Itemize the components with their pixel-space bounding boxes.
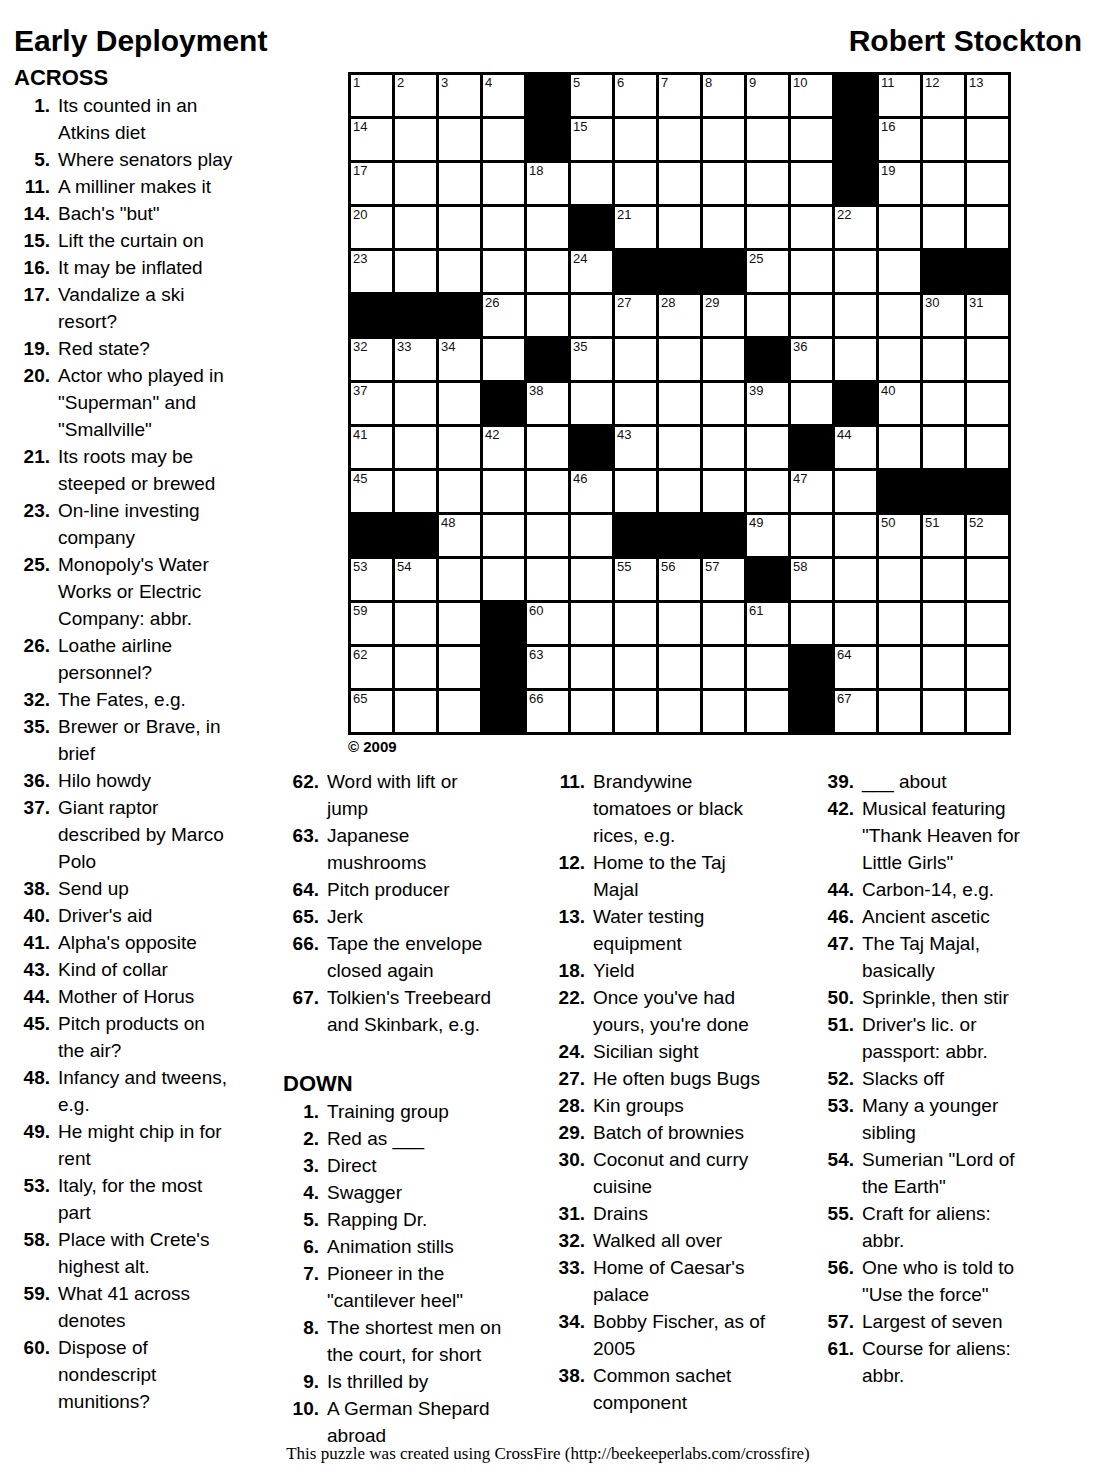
grid-cell[interactable] — [791, 515, 832, 556]
grid-cell[interactable] — [395, 603, 436, 644]
grid-cell[interactable]: 56 — [659, 559, 700, 600]
grid-cell[interactable]: 51 — [923, 515, 964, 556]
grid-cell[interactable] — [395, 647, 436, 688]
grid-cell[interactable]: 50 — [879, 515, 920, 556]
clue-text: Sprinkle, then stir — [862, 984, 1009, 1011]
cell-number: 30 — [925, 295, 939, 310]
grid-cell-black — [835, 383, 876, 424]
grid-cell[interactable] — [659, 119, 700, 160]
clue-down-10: 10.A German Shepard abroad — [283, 1395, 541, 1449]
clue-number: 35. — [14, 713, 50, 740]
grid-cell[interactable] — [703, 383, 744, 424]
clue-text: Tape the envelope closed again — [327, 930, 482, 984]
clue-down-30: 30.Coconut and curry cuisine — [549, 1146, 811, 1200]
grid-cell[interactable]: 24 — [571, 251, 612, 292]
grid-cell[interactable] — [395, 119, 436, 160]
grid-cell[interactable] — [791, 251, 832, 292]
grid-cell[interactable] — [923, 603, 964, 644]
grid-cell[interactable] — [879, 251, 920, 292]
clue-across-66: 66.Tape the envelope closed again — [283, 930, 541, 984]
clue-down-31: 31.Drains — [549, 1200, 811, 1227]
grid-cell[interactable] — [527, 251, 568, 292]
grid-cell[interactable]: 21 — [615, 207, 656, 248]
clue-across-15: 15.Lift the curtain on — [14, 227, 282, 254]
footer-credit: This puzzle was created using CrossFire … — [0, 1444, 1096, 1464]
clue-text: The shortest men on the court, for short — [327, 1314, 501, 1368]
grid-cell[interactable] — [703, 691, 744, 732]
grid-cell[interactable] — [659, 471, 700, 512]
clue-number: 29. — [549, 1119, 585, 1146]
cell-number: 59 — [353, 603, 367, 618]
grid-cell[interactable] — [439, 691, 480, 732]
clue-number: 54. — [818, 1146, 854, 1173]
grid-cell[interactable] — [571, 603, 612, 644]
grid-cell[interactable]: 6 — [615, 75, 656, 116]
grid-cell[interactable] — [439, 207, 480, 248]
grid-cell[interactable] — [923, 647, 964, 688]
grid-cell[interactable] — [835, 471, 876, 512]
grid-cell[interactable]: 1 — [351, 75, 392, 116]
clue-text: Italy, for the most part — [58, 1172, 202, 1226]
clue-across-58: 58.Place with Crete's highest alt. — [14, 1226, 282, 1280]
grid-cell[interactable] — [615, 339, 656, 380]
grid-cell[interactable] — [439, 427, 480, 468]
grid-cell[interactable] — [703, 427, 744, 468]
grid-cell[interactable] — [791, 603, 832, 644]
grid-cell[interactable]: 65 — [351, 691, 392, 732]
grid-cell[interactable] — [615, 691, 656, 732]
clue-text: It may be inflated — [58, 254, 203, 281]
clue-text: Largest of seven — [862, 1308, 1002, 1335]
grid-cell[interactable]: 67 — [835, 691, 876, 732]
grid-cell[interactable]: 55 — [615, 559, 656, 600]
clue-down-22: 22.Once you've had yours, you're done — [549, 984, 811, 1038]
grid-cell[interactable] — [967, 647, 1008, 688]
clue-down-61: 61.Course for aliens: abbr. — [818, 1335, 1090, 1389]
grid-cell[interactable] — [747, 163, 788, 204]
grid-cell[interactable] — [703, 471, 744, 512]
clue-number: 39. — [818, 768, 854, 795]
grid-cell[interactable]: 30 — [923, 295, 964, 336]
cell-number: 26 — [485, 295, 499, 310]
clue-number: 18. — [549, 957, 585, 984]
grid-cell[interactable] — [571, 515, 612, 556]
grid-cell[interactable] — [571, 383, 612, 424]
clue-number: 13. — [549, 903, 585, 930]
clue-text: Coconut and curry cuisine — [593, 1146, 748, 1200]
clue-number: 14. — [14, 200, 50, 227]
clue-number: 60. — [14, 1334, 50, 1361]
grid-cell[interactable]: 22 — [835, 207, 876, 248]
grid-cell[interactable]: 18 — [527, 163, 568, 204]
grid-cell[interactable] — [483, 339, 524, 380]
clue-number: 59. — [14, 1280, 50, 1307]
clue-across-1: 1.Its counted in an Atkins diet — [14, 92, 282, 146]
grid-cell-black — [879, 471, 920, 512]
grid-cell[interactable]: 27 — [615, 295, 656, 336]
grid-cell[interactable]: 3 — [439, 75, 480, 116]
grid-cell[interactable]: 15 — [571, 119, 612, 160]
clue-down-28: 28.Kin groups — [549, 1092, 811, 1119]
clue-down-44: 44.Carbon-14, e.g. — [818, 876, 1090, 903]
grid-cell-black — [791, 427, 832, 468]
grid-cell-black — [527, 339, 568, 380]
clue-column-2: 62.Word with lift or jump63.Japanese mus… — [283, 768, 541, 1449]
clue-text: What 41 across denotes — [58, 1280, 190, 1334]
grid-cell[interactable] — [659, 339, 700, 380]
clue-down-27: 27.He often bugs Bugs — [549, 1065, 811, 1092]
grid-cell[interactable] — [835, 515, 876, 556]
grid-cell-black — [351, 295, 392, 336]
grid-cell[interactable] — [967, 339, 1008, 380]
grid-cell[interactable] — [879, 339, 920, 380]
grid-cell[interactable]: 47 — [791, 471, 832, 512]
grid-cell[interactable]: 9 — [747, 75, 788, 116]
clue-text: Training group — [327, 1098, 449, 1125]
grid-cell[interactable] — [747, 295, 788, 336]
grid-cell[interactable] — [439, 647, 480, 688]
clue-down-1: 1.Training group — [283, 1098, 541, 1125]
grid-cell[interactable] — [923, 383, 964, 424]
grid-cell[interactable] — [791, 207, 832, 248]
grid-cell[interactable] — [835, 339, 876, 380]
grid-cell[interactable] — [571, 647, 612, 688]
clue-text: Common sachet component — [593, 1362, 731, 1416]
grid-cell[interactable]: 42 — [483, 427, 524, 468]
grid-cell[interactable]: 39 — [747, 383, 788, 424]
grid-cell[interactable] — [967, 603, 1008, 644]
grid-cell[interactable]: 17 — [351, 163, 392, 204]
grid-cell[interactable]: 54 — [395, 559, 436, 600]
grid-cell[interactable] — [747, 427, 788, 468]
clue-text: Japanese mushrooms — [327, 822, 426, 876]
clue-number: 66. — [283, 930, 319, 957]
grid-cell[interactable]: 48 — [439, 515, 480, 556]
clue-number: 53. — [14, 1172, 50, 1199]
grid-cell[interactable] — [879, 559, 920, 600]
cell-number: 19 — [881, 163, 895, 178]
clue-number: 55. — [818, 1200, 854, 1227]
grid-cell[interactable] — [703, 647, 744, 688]
grid-cell[interactable]: 19 — [879, 163, 920, 204]
clue-text: Direct — [327, 1152, 377, 1179]
grid-cell[interactable]: 20 — [351, 207, 392, 248]
clue-down-54: 54.Sumerian "Lord of the Earth" — [818, 1146, 1090, 1200]
grid-cell[interactable] — [615, 383, 656, 424]
grid-cell[interactable] — [483, 515, 524, 556]
grid-cell[interactable]: 38 — [527, 383, 568, 424]
grid-cell[interactable]: 7 — [659, 75, 700, 116]
cell-number: 23 — [353, 251, 367, 266]
grid-cell[interactable] — [967, 207, 1008, 248]
clue-text: Red state? — [58, 335, 150, 362]
grid-cell[interactable] — [395, 163, 436, 204]
grid-cell[interactable]: 40 — [879, 383, 920, 424]
grid-cell[interactable] — [967, 427, 1008, 468]
grid-cell[interactable]: 12 — [923, 75, 964, 116]
clue-text: Monopoly's Water Works or Electric Compa… — [58, 551, 209, 632]
grid-cell[interactable]: 33 — [395, 339, 436, 380]
grid-cell[interactable] — [571, 295, 612, 336]
cell-number: 58 — [793, 559, 807, 574]
grid-cell[interactable]: 34 — [439, 339, 480, 380]
grid-cell[interactable]: 5 — [571, 75, 612, 116]
clue-down-51: 51.Driver's lic. or passport: abbr. — [818, 1011, 1090, 1065]
clue-across-14: 14.Bach's "but" — [14, 200, 282, 227]
grid-cell[interactable] — [835, 295, 876, 336]
clue-number: 11. — [14, 173, 50, 200]
grid-cell[interactable] — [923, 427, 964, 468]
cell-number: 65 — [353, 691, 367, 706]
grid-cell[interactable] — [659, 383, 700, 424]
grid-cell[interactable] — [791, 119, 832, 160]
clue-number: 45. — [14, 1010, 50, 1037]
cell-number: 17 — [353, 163, 367, 178]
grid-cell[interactable] — [879, 603, 920, 644]
grid-cell[interactable]: 61 — [747, 603, 788, 644]
grid-cell[interactable] — [879, 427, 920, 468]
grid-cell[interactable] — [615, 471, 656, 512]
grid-cell[interactable]: 59 — [351, 603, 392, 644]
grid-cell[interactable] — [791, 295, 832, 336]
grid-cell[interactable] — [527, 427, 568, 468]
cell-number: 50 — [881, 515, 895, 530]
grid-cell[interactable]: 14 — [351, 119, 392, 160]
grid-cell[interactable] — [747, 647, 788, 688]
grid-cell[interactable] — [703, 603, 744, 644]
grid-cell[interactable]: 35 — [571, 339, 612, 380]
grid-cell[interactable] — [395, 471, 436, 512]
clue-across-67: 67.Tolkien's Treebeard and Skinbark, e.g… — [283, 984, 541, 1038]
grid-cell[interactable] — [483, 251, 524, 292]
grid-cell[interactable] — [923, 163, 964, 204]
grid-cell[interactable] — [571, 559, 612, 600]
grid-cell[interactable] — [527, 471, 568, 512]
grid-cell[interactable] — [967, 163, 1008, 204]
grid-cell[interactable] — [835, 603, 876, 644]
cell-number: 51 — [925, 515, 939, 530]
clue-down-11: 11.Brandywine tomatoes or black rices, e… — [549, 768, 811, 849]
grid-cell[interactable] — [791, 163, 832, 204]
grid-cell[interactable] — [879, 647, 920, 688]
grid-cell[interactable] — [879, 295, 920, 336]
grid-cell[interactable]: 49 — [747, 515, 788, 556]
grid-cell[interactable]: 4 — [483, 75, 524, 116]
grid-cell[interactable] — [659, 647, 700, 688]
grid-cell[interactable] — [967, 559, 1008, 600]
grid-cell[interactable] — [879, 207, 920, 248]
grid-cell[interactable] — [747, 691, 788, 732]
cell-number: 33 — [397, 339, 411, 354]
clue-down-34: 34.Bobby Fischer, as of 2005 — [549, 1308, 811, 1362]
grid-cell[interactable]: 10 — [791, 75, 832, 116]
grid-cell-black — [747, 339, 788, 380]
clue-number: 33. — [549, 1254, 585, 1281]
puzzle-author: Robert Stockton — [849, 24, 1082, 58]
clue-text: Its roots may be steeped or brewed — [58, 443, 215, 497]
grid-cell[interactable] — [527, 207, 568, 248]
cell-number: 4 — [485, 75, 492, 90]
grid-cell[interactable] — [703, 163, 744, 204]
clue-down-5: 5.Rapping Dr. — [283, 1206, 541, 1233]
grid-cell[interactable]: 62 — [351, 647, 392, 688]
grid-cell[interactable]: 13 — [967, 75, 1008, 116]
grid-cell[interactable] — [615, 603, 656, 644]
grid-cell[interactable] — [615, 119, 656, 160]
grid-cell[interactable] — [527, 515, 568, 556]
grid-cell[interactable] — [923, 119, 964, 160]
clue-number: 32. — [549, 1227, 585, 1254]
grid-cell[interactable] — [703, 207, 744, 248]
clue-down-6: 6.Animation stills — [283, 1233, 541, 1260]
grid-cell[interactable]: 45 — [351, 471, 392, 512]
grid-cell[interactable] — [659, 691, 700, 732]
cell-number: 20 — [353, 207, 367, 222]
clue-down-18: 18.Yield — [549, 957, 811, 984]
grid-cell[interactable] — [527, 559, 568, 600]
grid-cell[interactable] — [967, 691, 1008, 732]
grid-cell[interactable]: 46 — [571, 471, 612, 512]
clue-down-8: 8.The shortest men on the court, for sho… — [283, 1314, 541, 1368]
clue-number: 52. — [818, 1065, 854, 1092]
grid-cell[interactable]: 16 — [879, 119, 920, 160]
clue-number: 50. — [818, 984, 854, 1011]
cell-number: 57 — [705, 559, 719, 574]
grid-cell[interactable] — [439, 119, 480, 160]
grid-cell[interactable]: 31 — [967, 295, 1008, 336]
grid-cell[interactable] — [483, 119, 524, 160]
grid-cell[interactable] — [615, 647, 656, 688]
clue-number: 23. — [14, 497, 50, 524]
grid-cell-black — [527, 75, 568, 116]
grid-cell[interactable] — [835, 251, 876, 292]
grid-cell[interactable]: 28 — [659, 295, 700, 336]
clue-number: 43. — [14, 956, 50, 983]
grid-cell[interactable] — [747, 207, 788, 248]
grid-cell[interactable]: 53 — [351, 559, 392, 600]
grid-cell[interactable]: 25 — [747, 251, 788, 292]
grid-cell[interactable] — [439, 163, 480, 204]
clue-across-45: 45.Pitch products on the air? — [14, 1010, 282, 1064]
grid-cell[interactable] — [439, 471, 480, 512]
grid-cell[interactable] — [439, 603, 480, 644]
clue-down-9: 9.Is thrilled by — [283, 1368, 541, 1395]
grid-cell[interactable] — [659, 603, 700, 644]
clue-number: 28. — [549, 1092, 585, 1119]
grid-cell[interactable] — [395, 427, 436, 468]
grid-cell[interactable]: 26 — [483, 295, 524, 336]
grid-cell[interactable] — [395, 251, 436, 292]
grid-cell[interactable] — [439, 251, 480, 292]
grid-cell-black — [483, 383, 524, 424]
grid-cell[interactable] — [615, 163, 656, 204]
grid-cell[interactable]: 37 — [351, 383, 392, 424]
grid-cell[interactable] — [659, 427, 700, 468]
grid-cell[interactable] — [571, 691, 612, 732]
grid-cell[interactable] — [439, 559, 480, 600]
grid-cell[interactable]: 36 — [791, 339, 832, 380]
clue-number: 7. — [283, 1260, 319, 1287]
clue-number: 26. — [14, 632, 50, 659]
grid-cell[interactable]: 63 — [527, 647, 568, 688]
cell-number: 38 — [529, 383, 543, 398]
clue-text: Sumerian "Lord of the Earth" — [862, 1146, 1015, 1200]
grid-cell[interactable] — [483, 559, 524, 600]
grid-cell[interactable]: 2 — [395, 75, 436, 116]
clue-number: 42. — [818, 795, 854, 822]
grid-cell[interactable] — [703, 119, 744, 160]
cell-number: 61 — [749, 603, 763, 618]
clue-text: Brewer or Brave, in brief — [58, 713, 221, 767]
grid-cell[interactable] — [395, 691, 436, 732]
grid-cell[interactable]: 8 — [703, 75, 744, 116]
cell-number: 8 — [705, 75, 712, 90]
grid-cell[interactable]: 64 — [835, 647, 876, 688]
grid-cell[interactable]: 66 — [527, 691, 568, 732]
cell-number: 37 — [353, 383, 367, 398]
grid-cell[interactable] — [703, 339, 744, 380]
grid-cell[interactable]: 60 — [527, 603, 568, 644]
grid-cell[interactable] — [395, 207, 436, 248]
grid-cell[interactable] — [747, 119, 788, 160]
grid-cell[interactable] — [483, 207, 524, 248]
clue-across-64: 64.Pitch producer — [283, 876, 541, 903]
grid-cell[interactable] — [439, 383, 480, 424]
grid-cell[interactable] — [527, 295, 568, 336]
grid-cell[interactable] — [879, 691, 920, 732]
grid-cell[interactable] — [483, 471, 524, 512]
grid-cell[interactable]: 23 — [351, 251, 392, 292]
clue-text: Once you've had yours, you're done — [593, 984, 749, 1038]
grid-cell[interactable]: 58 — [791, 559, 832, 600]
grid-cell[interactable] — [747, 471, 788, 512]
grid-cell[interactable]: 41 — [351, 427, 392, 468]
cell-number: 7 — [661, 75, 668, 90]
grid-cell[interactable] — [923, 339, 964, 380]
grid-cell[interactable] — [967, 383, 1008, 424]
cell-number: 54 — [397, 559, 411, 574]
grid-cell[interactable] — [571, 163, 612, 204]
clue-text: Sicilian sight — [593, 1038, 699, 1065]
grid-cell-black — [351, 515, 392, 556]
grid-cell[interactable] — [659, 207, 700, 248]
grid-cell[interactable] — [659, 163, 700, 204]
clue-text: Word with lift or jump — [327, 768, 458, 822]
clue-text: Pitch products on the air? — [58, 1010, 205, 1064]
clue-across-65: 65.Jerk — [283, 903, 541, 930]
grid-cell[interactable] — [791, 383, 832, 424]
cell-number: 55 — [617, 559, 631, 574]
clue-text: ___ about — [862, 768, 947, 795]
clues-header-across: ACROSS — [14, 64, 282, 92]
grid-cell[interactable] — [835, 559, 876, 600]
grid-cell[interactable]: 52 — [967, 515, 1008, 556]
grid-cell[interactable]: 44 — [835, 427, 876, 468]
grid-cell[interactable]: 32 — [351, 339, 392, 380]
grid-cell[interactable] — [395, 383, 436, 424]
grid-cell[interactable] — [923, 691, 964, 732]
clue-text: The Taj Majal, basically — [862, 930, 980, 984]
grid-cell[interactable] — [483, 163, 524, 204]
grid-cell[interactable] — [967, 119, 1008, 160]
grid-cell[interactable] — [923, 559, 964, 600]
grid-cell[interactable]: 57 — [703, 559, 744, 600]
grid-cell-black — [967, 471, 1008, 512]
grid-cell[interactable] — [923, 207, 964, 248]
grid-cell[interactable]: 43 — [615, 427, 656, 468]
grid-cell[interactable]: 29 — [703, 295, 744, 336]
grid-cell[interactable]: 11 — [879, 75, 920, 116]
